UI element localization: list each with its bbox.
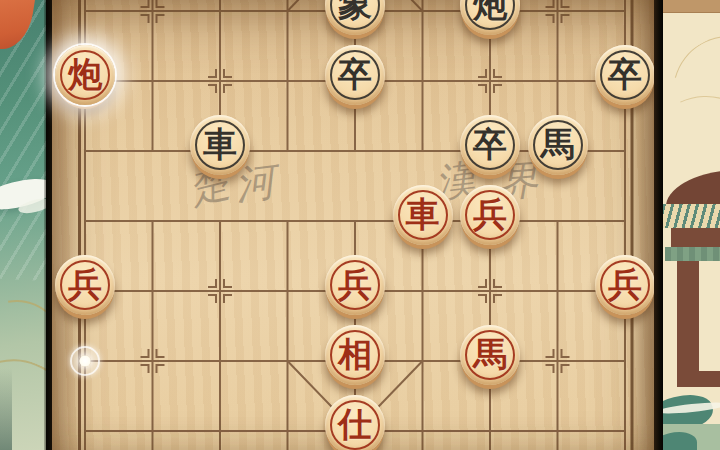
piece-character: 車: [393, 185, 453, 245]
piece-character: 兵: [595, 255, 655, 315]
piece-character: 相: [325, 325, 385, 385]
piece-character: 車: [190, 115, 250, 175]
piece-red-chariot[interactable]: 車: [393, 185, 453, 245]
pieces-layer: 象 炮 炮 卒 卒 車 卒 馬 車 兵 兵: [0, 0, 720, 450]
piece-black-chariot[interactable]: 車: [190, 115, 250, 175]
pavilion-beam-icon: [671, 228, 720, 247]
xiangqi-game-screen: 楚河漢界 象 炮 炮 卒 卒 車 卒 馬 車: [0, 0, 720, 450]
piece-red-cannon[interactable]: 炮: [55, 45, 115, 105]
pavilion-sill-icon: [677, 371, 720, 387]
board-right-shadow: [654, 0, 663, 450]
piece-black-elephant[interactable]: 象: [325, 0, 385, 35]
piece-red-elephant[interactable]: 相: [325, 325, 385, 385]
piece-red-advisor[interactable]: 仕: [325, 395, 385, 450]
piece-character: 炮: [460, 0, 520, 35]
piece-red-soldier[interactable]: 兵: [325, 255, 385, 315]
pavilion-tiled-roof-icon: [663, 204, 720, 228]
pavilion-beam-icon: [665, 247, 720, 261]
piece-black-cannon[interactable]: 炮: [460, 0, 520, 35]
top-band-decor: [663, 0, 720, 13]
piece-character: 卒: [595, 45, 655, 105]
piece-character: 兵: [325, 255, 385, 315]
move-origin-dot[interactable]: [79, 355, 91, 367]
right-decor-panel: [663, 0, 720, 450]
piece-red-horse[interactable]: 馬: [460, 325, 520, 385]
piece-character: 馬: [460, 325, 520, 385]
piece-character: 卒: [460, 115, 520, 175]
piece-character: 卒: [325, 45, 385, 105]
piece-black-soldier[interactable]: 卒: [460, 115, 520, 175]
wave-decor: [663, 432, 697, 450]
piece-character: 炮: [55, 45, 115, 105]
piece-black-soldier[interactable]: 卒: [325, 45, 385, 105]
piece-red-soldier[interactable]: 兵: [460, 185, 520, 245]
piece-red-soldier[interactable]: 兵: [595, 255, 655, 315]
piece-character: 仕: [325, 395, 385, 450]
piece-character: 兵: [460, 185, 520, 245]
piece-black-soldier[interactable]: 卒: [595, 45, 655, 105]
piece-character: 兵: [55, 255, 115, 315]
piece-character: 象: [325, 0, 385, 35]
pavilion-pillar-icon: [677, 261, 699, 387]
piece-character: 馬: [528, 115, 588, 175]
piece-black-horse[interactable]: 馬: [528, 115, 588, 175]
piece-red-soldier[interactable]: 兵: [55, 255, 115, 315]
